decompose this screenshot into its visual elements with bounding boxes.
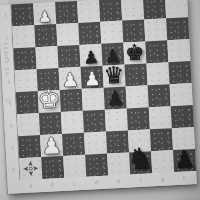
black-pawn[interactable]: ♟ <box>83 49 99 67</box>
board-square[interactable] <box>16 91 39 114</box>
file-label: h <box>173 175 195 182</box>
board-square[interactable] <box>85 154 108 177</box>
board-square[interactable] <box>34 24 57 47</box>
black-pawn[interactable]: ♟ <box>173 147 195 172</box>
file-label: d <box>85 179 107 186</box>
white-pawn[interactable]: ♟ <box>41 134 62 157</box>
board-square[interactable] <box>56 23 79 46</box>
black-pawn[interactable]: ♟ <box>106 89 125 110</box>
rank-label: 4 <box>5 79 13 84</box>
board-square[interactable] <box>82 88 105 111</box>
board-square[interactable]: ♟ <box>173 149 196 172</box>
board-square[interactable] <box>63 155 86 178</box>
board-square[interactable]: ♟ <box>81 66 104 89</box>
board-square[interactable] <box>166 17 189 40</box>
file-label: a <box>19 183 41 190</box>
board-square[interactable] <box>149 106 172 129</box>
board-square[interactable] <box>151 150 174 173</box>
board-square[interactable] <box>148 84 171 107</box>
board-square[interactable] <box>145 40 168 63</box>
board-photo: US CHESS ○ 12345678 ♟♟♟♚♟♟♛♚♟♟♞♟ abcdefg… <box>0 0 200 200</box>
board-square[interactable] <box>171 105 194 128</box>
board-square[interactable] <box>165 0 188 18</box>
board-square[interactable] <box>19 157 42 180</box>
chess-board: US CHESS ○ 12345678 ♟♟♟♚♟♟♛♚♟♟♞♟ abcdefg… <box>0 0 197 194</box>
board-square[interactable] <box>127 107 150 130</box>
rank-label: 3 <box>4 57 12 62</box>
file-label: g <box>151 176 173 183</box>
board-square[interactable]: ♞ <box>129 151 152 174</box>
board-square[interactable] <box>168 61 191 84</box>
white-pawn[interactable]: ♟ <box>83 69 101 88</box>
file-label: e <box>107 178 129 185</box>
board-square[interactable] <box>146 62 169 85</box>
board-square[interactable] <box>15 69 38 92</box>
board-square[interactable] <box>150 128 173 151</box>
board-square[interactable] <box>83 110 106 133</box>
board-square[interactable] <box>124 63 147 86</box>
black-queen[interactable]: ♛ <box>103 63 125 87</box>
board-grid: ♟♟♟♚♟♟♛♚♟♟♞♟ <box>10 0 196 180</box>
board-square[interactable] <box>60 89 83 112</box>
board-square[interactable] <box>84 132 107 155</box>
board-square[interactable] <box>12 25 35 48</box>
board-square[interactable] <box>18 135 41 158</box>
board-square[interactable] <box>17 113 40 136</box>
board-square[interactable]: ♚ <box>123 41 146 64</box>
rank-label: 2 <box>3 35 11 40</box>
board-square[interactable] <box>11 3 34 26</box>
board-square[interactable] <box>126 85 149 108</box>
board-square[interactable] <box>100 21 123 44</box>
white-pawn[interactable]: ♟ <box>61 70 79 89</box>
board-corner-border <box>7 180 20 194</box>
board-square[interactable] <box>121 0 144 21</box>
board-square[interactable] <box>35 46 58 69</box>
board-square[interactable] <box>55 1 78 24</box>
board-square[interactable] <box>77 0 100 23</box>
board-square[interactable] <box>143 0 166 19</box>
black-king[interactable]: ♚ <box>125 42 145 65</box>
board-square[interactable]: ♟ <box>104 87 127 110</box>
rank-label: 7 <box>9 145 17 150</box>
board-square[interactable] <box>57 45 80 68</box>
board-square[interactable]: ♚ <box>38 90 61 113</box>
board-square[interactable] <box>61 111 84 134</box>
black-knight[interactable]: ♞ <box>127 144 155 175</box>
board-square[interactable]: ♟ <box>79 44 102 67</box>
rank-label: 6 <box>7 123 15 128</box>
white-pawn[interactable]: ♟ <box>38 10 52 25</box>
file-label: c <box>63 180 85 187</box>
board-square[interactable] <box>170 83 193 106</box>
board-square[interactable] <box>78 22 101 45</box>
board-square[interactable] <box>13 47 36 70</box>
rank-label: 1 <box>2 13 10 18</box>
rank-label: 5 <box>6 101 14 106</box>
board-square[interactable] <box>105 108 128 131</box>
board-square[interactable] <box>99 0 122 22</box>
board-square[interactable]: ♛ <box>102 65 125 88</box>
board-logo-compass-icon <box>23 161 39 177</box>
rank-label: 8 <box>10 167 18 172</box>
file-label: f <box>129 177 151 184</box>
board-square[interactable] <box>144 18 167 41</box>
file-label: b <box>41 182 63 189</box>
board-square[interactable]: ♟ <box>40 134 63 157</box>
board-square[interactable] <box>41 156 64 179</box>
board-square[interactable] <box>62 133 85 156</box>
white-king[interactable]: ♚ <box>38 87 61 113</box>
board-square[interactable]: ♟ <box>33 2 56 25</box>
board-square[interactable]: ♟ <box>59 67 82 90</box>
board-square[interactable] <box>167 39 190 62</box>
